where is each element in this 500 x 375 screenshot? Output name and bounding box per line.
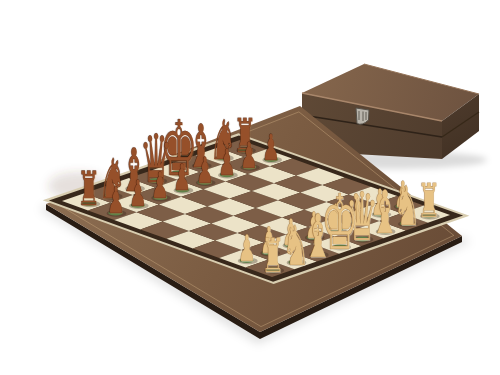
felt-pad [307, 235, 321, 240]
product-photo: ♜♞♟♝♟♚♟♛♟♝♟♞♟♜♟♟♟♟♜♟♞♟♝♟♛♟♚♟♝♟♞♜ [0, 0, 500, 375]
felt-pad [262, 250, 276, 255]
felt-pad [395, 204, 409, 209]
chess-set-scene [0, 0, 500, 375]
felt-pad [82, 201, 96, 206]
felt-pad [153, 195, 167, 200]
felt-pad [242, 165, 256, 170]
felt-pad [216, 155, 230, 160]
felt-pad [171, 170, 185, 175]
felt-pad [198, 180, 212, 185]
felt-pad [131, 203, 145, 208]
felt-pad [266, 267, 280, 272]
felt-pad [175, 187, 189, 192]
felt-pad [105, 193, 119, 198]
felt-pad [127, 186, 141, 191]
felt-pad [108, 210, 122, 215]
felt-pad [238, 148, 252, 153]
felt-pad [264, 157, 278, 162]
felt-pad [284, 242, 298, 247]
felt-pad [378, 229, 392, 234]
felt-pad [351, 219, 365, 224]
felt-pad [311, 252, 325, 257]
felt-pad [194, 163, 208, 168]
felt-pad [422, 213, 436, 218]
felt-pad [400, 221, 414, 226]
felt-pad [333, 244, 347, 249]
felt-pad [240, 258, 254, 263]
felt-pad [288, 260, 302, 265]
felt-pad [220, 172, 234, 177]
felt-pad [149, 178, 163, 183]
felt-pad [329, 227, 343, 232]
felt-pad [373, 212, 387, 217]
felt-pad [355, 236, 369, 241]
box-emblem [356, 108, 369, 124]
